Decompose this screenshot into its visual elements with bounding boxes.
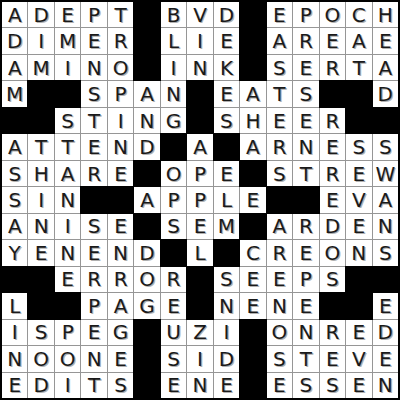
- crossword-cell-r1c14[interactable]: C: [346, 2, 371, 27]
- black-cell-r3c10: [240, 55, 265, 80]
- black-cell-r15c6: [134, 373, 159, 398]
- crossword-cell-r14c9[interactable]: D: [214, 346, 239, 371]
- crossword-cell-r2c7[interactable]: L: [161, 28, 186, 53]
- crossword-cell-r12c6[interactable]: G: [134, 293, 159, 318]
- crossword-cell-r7c13[interactable]: R: [320, 161, 345, 186]
- crossword-cell-r3c9[interactable]: K: [214, 55, 239, 80]
- black-cell-r11c14: [346, 267, 371, 292]
- crossword-cell-r13c14[interactable]: E: [346, 320, 371, 345]
- crossword-cell-r9c14[interactable]: E: [346, 214, 371, 239]
- crossword-cell-r11c4[interactable]: R: [81, 267, 106, 292]
- crossword-cell-r7c1[interactable]: S: [2, 161, 27, 186]
- crossword-cell-r9c7[interactable]: S: [161, 214, 186, 239]
- crossword-cell-r7c11[interactable]: S: [267, 161, 292, 186]
- crossword-cell-r13c2[interactable]: S: [28, 320, 53, 345]
- crossword-cell-r9c5[interactable]: E: [108, 214, 133, 239]
- crossword-cell-r14c11[interactable]: S: [267, 346, 292, 371]
- crossword-cell-r10c4[interactable]: E: [81, 240, 106, 265]
- crossword-cell-r13c11[interactable]: O: [267, 320, 292, 345]
- crossword-cell-r4c12[interactable]: S: [293, 81, 318, 106]
- crossword-cell-r8c10[interactable]: E: [240, 187, 265, 212]
- crossword-cell-r8c3[interactable]: N: [55, 187, 80, 212]
- crossword-cell-r10c2[interactable]: E: [28, 240, 53, 265]
- crossword-cell-r10c6[interactable]: D: [134, 240, 159, 265]
- crossword-cell-r12c4[interactable]: P: [81, 293, 106, 318]
- crossword-cell-r6c14[interactable]: S: [346, 134, 371, 159]
- black-cell-r6c9: [214, 134, 239, 159]
- black-cell-r8c11: [267, 187, 292, 212]
- crossword-cell-r7c9[interactable]: E: [214, 161, 239, 186]
- black-cell-r7c10: [240, 161, 265, 186]
- crossword-cell-r6c8[interactable]: A: [187, 134, 212, 159]
- crossword-cell-r1c13[interactable]: O: [320, 2, 345, 27]
- crossword-cell-r10c10[interactable]: C: [240, 240, 265, 265]
- crossword-cell-r10c3[interactable]: N: [55, 240, 80, 265]
- crossword-cell-r9c12[interactable]: R: [293, 214, 318, 239]
- crossword-cell-r15c4[interactable]: T: [81, 373, 106, 398]
- crossword-cell-r7c12[interactable]: T: [293, 161, 318, 186]
- crossword-cell-r4c5[interactable]: P: [108, 81, 133, 106]
- black-cell-r14c6: [134, 346, 159, 371]
- crossword-cell-r1c7[interactable]: B: [161, 2, 186, 27]
- crossword-cell-r11c3[interactable]: E: [55, 267, 80, 292]
- crossword-cell-r5c13[interactable]: R: [320, 108, 345, 133]
- black-cell-r5c2: [28, 108, 53, 133]
- crossword-cell-r10c12[interactable]: E: [293, 240, 318, 265]
- crossword-cell-r13c8[interactable]: Z: [187, 320, 212, 345]
- crossword-cell-r4c7[interactable]: N: [161, 81, 186, 106]
- crossword-cell-r5c3[interactable]: S: [55, 108, 80, 133]
- crossword-cell-r9c3[interactable]: I: [55, 214, 80, 239]
- black-cell-r3c6: [134, 55, 159, 80]
- crossword-cell-r9c8[interactable]: E: [187, 214, 212, 239]
- black-cell-r7c6: [134, 161, 159, 186]
- crossword-cell-r7c4[interactable]: R: [81, 161, 106, 186]
- crossword-cell-r5c5[interactable]: I: [108, 108, 133, 133]
- crossword-cell-r10c11[interactable]: R: [267, 240, 292, 265]
- crossword-cell-r6c6[interactable]: D: [134, 134, 159, 159]
- crossword-cell-r6c13[interactable]: E: [320, 134, 345, 159]
- crossword-cell-r5c7[interactable]: G: [161, 108, 186, 133]
- crossword-cell-r12c9[interactable]: N: [214, 293, 239, 318]
- crossword-cell-r8c2[interactable]: I: [28, 187, 53, 212]
- crossword-cell-r4c9[interactable]: E: [214, 81, 239, 106]
- crossword-cell-r11c6[interactable]: O: [134, 267, 159, 292]
- black-cell-r6c7: [161, 134, 186, 159]
- crossword-cell-r6c1[interactable]: A: [2, 134, 27, 159]
- crossword-cell-r3c3[interactable]: I: [55, 55, 80, 80]
- black-cell-r12c13: [320, 293, 345, 318]
- crossword-cell-r11c11[interactable]: E: [267, 267, 292, 292]
- crossword-cell-r2c12[interactable]: R: [293, 28, 318, 53]
- crossword-cell-r1c4[interactable]: P: [81, 2, 106, 27]
- crossword-cell-r10c1[interactable]: Y: [2, 240, 27, 265]
- crossword-cell-r11c13[interactable]: S: [320, 267, 345, 292]
- crossword-cell-r4c4[interactable]: S: [81, 81, 106, 106]
- crossword-cell-r10c5[interactable]: N: [108, 240, 133, 265]
- black-cell-r5c8: [187, 108, 212, 133]
- crossword-cell-r7c14[interactable]: E: [346, 161, 371, 186]
- crossword-cell-r14c15[interactable]: E: [373, 346, 398, 371]
- crossword-cell-r11c7[interactable]: R: [161, 267, 186, 292]
- black-cell-r12c14: [346, 293, 371, 318]
- crossword-cell-r8c8[interactable]: P: [187, 187, 212, 212]
- crossword-cell-r7c5[interactable]: E: [108, 161, 133, 186]
- crossword-cell-r15c14[interactable]: E: [346, 373, 371, 398]
- black-cell-r4c13: [320, 81, 345, 106]
- crossword-cell-r9c2[interactable]: N: [28, 214, 53, 239]
- black-cell-r1c10: [240, 2, 265, 27]
- crossword-cell-r10c8[interactable]: L: [187, 240, 212, 265]
- crossword-cell-r15c8[interactable]: N: [187, 373, 212, 398]
- crossword-cell-r2c5[interactable]: R: [108, 28, 133, 53]
- crossword-cell-r5c4[interactable]: T: [81, 108, 106, 133]
- crossword-cell-r14c8[interactable]: I: [187, 346, 212, 371]
- crossword-cell-r1c8[interactable]: V: [187, 2, 212, 27]
- crossword-cell-r14c7[interactable]: S: [161, 346, 186, 371]
- crossword-cell-r4c6[interactable]: A: [134, 81, 159, 106]
- crossword-cell-r8c7[interactable]: P: [161, 187, 186, 212]
- crossword-cell-r12c10[interactable]: E: [240, 293, 265, 318]
- crossword-cell-r3c13[interactable]: R: [320, 55, 345, 80]
- crossword-cell-r6c15[interactable]: S: [373, 134, 398, 159]
- crossword-cell-r6c4[interactable]: E: [81, 134, 106, 159]
- crossword-cell-r9c13[interactable]: D: [320, 214, 345, 239]
- crossword-cell-r7c2[interactable]: H: [28, 161, 53, 186]
- crossword-cell-r13c12[interactable]: N: [293, 320, 318, 345]
- crossword-cell-r1c11[interactable]: E: [267, 2, 292, 27]
- crossword-cell-r5c12[interactable]: E: [293, 108, 318, 133]
- crossword-cell-r3c11[interactable]: S: [267, 55, 292, 80]
- crossword-cell-r8c15[interactable]: A: [373, 187, 398, 212]
- crossword-grid: ADEPTBVDEPOCHDIMERLIEAREAEAMINOINKSERTAM…: [0, 0, 400, 400]
- crossword-cell-r5c6[interactable]: N: [134, 108, 159, 133]
- black-cell-r11c1: [2, 267, 27, 292]
- crossword-cell-r6c10[interactable]: A: [240, 134, 265, 159]
- crossword-cell-r12c12[interactable]: E: [293, 293, 318, 318]
- crossword-cell-r9c15[interactable]: N: [373, 214, 398, 239]
- crossword-cell-r13c5[interactable]: G: [108, 320, 133, 345]
- crossword-cell-r1c5[interactable]: T: [108, 2, 133, 27]
- crossword-cell-r1c3[interactable]: E: [55, 2, 80, 27]
- crossword-cell-r11c10[interactable]: E: [240, 267, 265, 292]
- crossword-cell-r7c7[interactable]: O: [161, 161, 186, 186]
- black-cell-r4c8: [187, 81, 212, 106]
- black-cell-r5c14: [346, 108, 371, 133]
- black-cell-r1c6: [134, 2, 159, 27]
- crossword-cell-r2c14[interactable]: A: [346, 28, 371, 53]
- black-cell-r11c8: [187, 267, 212, 292]
- crossword-cell-r14c13[interactable]: E: [320, 346, 345, 371]
- black-cell-r12c3: [55, 293, 80, 318]
- black-cell-r2c10: [240, 28, 265, 53]
- black-cell-r12c8: [187, 293, 212, 318]
- crossword-cell-r5c10[interactable]: H: [240, 108, 265, 133]
- crossword-cell-r6c2[interactable]: T: [28, 134, 53, 159]
- crossword-cell-r3c1[interactable]: A: [2, 55, 27, 80]
- crossword-cell-r13c1[interactable]: I: [2, 320, 27, 345]
- crossword-cell-r10c13[interactable]: O: [320, 240, 345, 265]
- crossword-cell-r2c2[interactable]: I: [28, 28, 53, 53]
- crossword-cell-r1c9[interactable]: D: [214, 2, 239, 27]
- crossword-cell-r13c15[interactable]: D: [373, 320, 398, 345]
- crossword-cell-r9c9[interactable]: M: [214, 214, 239, 239]
- black-cell-r9c10: [240, 214, 265, 239]
- crossword-cell-r15c15[interactable]: N: [373, 373, 398, 398]
- crossword-cell-r15c1[interactable]: E: [2, 373, 27, 398]
- crossword-cell-r3c15[interactable]: A: [373, 55, 398, 80]
- crossword-cell-r6c12[interactable]: N: [293, 134, 318, 159]
- crossword-cell-r8c14[interactable]: V: [346, 187, 371, 212]
- black-cell-r4c14: [346, 81, 371, 106]
- black-cell-r11c15: [373, 267, 398, 292]
- crossword-cell-r11c9[interactable]: S: [214, 267, 239, 292]
- crossword-cell-r2c3[interactable]: M: [55, 28, 80, 53]
- black-cell-r13c6: [134, 320, 159, 345]
- crossword-cell-r14c14[interactable]: V: [346, 346, 371, 371]
- crossword-cell-r9c11[interactable]: A: [267, 214, 292, 239]
- crossword-cell-r13c13[interactable]: R: [320, 320, 345, 345]
- crossword-cell-r2c15[interactable]: E: [373, 28, 398, 53]
- crossword-cell-r13c9[interactable]: I: [214, 320, 239, 345]
- crossword-cell-r9c4[interactable]: S: [81, 214, 106, 239]
- crossword-cell-r3c5[interactable]: O: [108, 55, 133, 80]
- black-cell-r8c12: [293, 187, 318, 212]
- crossword-cell-r12c1[interactable]: L: [2, 293, 27, 318]
- crossword-cell-r5c11[interactable]: E: [267, 108, 292, 133]
- crossword-cell-r2c13[interactable]: E: [320, 28, 345, 53]
- crossword-cell-r3c2[interactable]: M: [28, 55, 53, 80]
- black-cell-r14c10: [240, 346, 265, 371]
- crossword-cell-r4c10[interactable]: A: [240, 81, 265, 106]
- crossword-cell-r3c8[interactable]: N: [187, 55, 212, 80]
- crossword-cell-r1c2[interactable]: D: [28, 2, 53, 27]
- black-cell-r5c15: [373, 108, 398, 133]
- crossword-cell-r3c4[interactable]: N: [81, 55, 106, 80]
- crossword-cell-r14c12[interactable]: T: [293, 346, 318, 371]
- crossword-cell-r7c3[interactable]: A: [55, 161, 80, 186]
- crossword-cell-r11c12[interactable]: P: [293, 267, 318, 292]
- crossword-cell-r2c9[interactable]: E: [214, 28, 239, 53]
- crossword-cell-r14c2[interactable]: O: [28, 346, 53, 371]
- black-cell-r10c9: [214, 240, 239, 265]
- crossword-cell-r3c7[interactable]: I: [161, 55, 186, 80]
- crossword-cell-r14c4[interactable]: N: [81, 346, 106, 371]
- crossword-cell-r3c14[interactable]: T: [346, 55, 371, 80]
- crossword-cell-r6c3[interactable]: T: [55, 134, 80, 159]
- black-cell-r12c2: [28, 293, 53, 318]
- crossword-cell-r8c6[interactable]: A: [134, 187, 159, 212]
- black-cell-r4c3: [55, 81, 80, 106]
- crossword-cell-r7c8[interactable]: P: [187, 161, 212, 186]
- crossword-cell-r10c14[interactable]: N: [346, 240, 371, 265]
- crossword-cell-r15c3[interactable]: I: [55, 373, 80, 398]
- crossword-cell-r4c1[interactable]: M: [2, 81, 27, 106]
- black-cell-r13c10: [240, 320, 265, 345]
- crossword-cell-r7c15[interactable]: W: [373, 161, 398, 186]
- crossword-cell-r15c12[interactable]: S: [293, 373, 318, 398]
- crossword-cell-r13c4[interactable]: E: [81, 320, 106, 345]
- crossword-cell-r9c1[interactable]: A: [2, 214, 27, 239]
- crossword-cell-r15c9[interactable]: E: [214, 373, 239, 398]
- black-cell-r8c5: [108, 187, 133, 212]
- crossword-cell-r6c5[interactable]: N: [108, 134, 133, 159]
- crossword-cell-r15c13[interactable]: S: [320, 373, 345, 398]
- crossword-cell-r15c2[interactable]: D: [28, 373, 53, 398]
- crossword-cell-r2c11[interactable]: A: [267, 28, 292, 53]
- crossword-cell-r15c7[interactable]: E: [161, 373, 186, 398]
- crossword-cell-r13c7[interactable]: U: [161, 320, 186, 345]
- crossword-cell-r10c15[interactable]: S: [373, 240, 398, 265]
- crossword-cell-r12c5[interactable]: A: [108, 293, 133, 318]
- crossword-cell-r12c15[interactable]: E: [373, 293, 398, 318]
- crossword-cell-r3c12[interactable]: E: [293, 55, 318, 80]
- crossword-cell-r15c5[interactable]: S: [108, 373, 133, 398]
- crossword-cell-r1c1[interactable]: A: [2, 2, 27, 27]
- crossword-cell-r4c15[interactable]: D: [373, 81, 398, 106]
- black-cell-r4c2: [28, 81, 53, 106]
- black-cell-r11c2: [28, 267, 53, 292]
- crossword-cell-r12c7[interactable]: E: [161, 293, 186, 318]
- crossword-cell-r6c11[interactable]: R: [267, 134, 292, 159]
- crossword-cell-r8c13[interactable]: E: [320, 187, 345, 212]
- black-cell-r2c6: [134, 28, 159, 53]
- crossword-cell-r8c9[interactable]: L: [214, 187, 239, 212]
- crossword-cell-r11c5[interactable]: R: [108, 267, 133, 292]
- crossword-cell-r2c8[interactable]: I: [187, 28, 212, 53]
- crossword-cell-r1c15[interactable]: H: [373, 2, 398, 27]
- crossword-cell-r2c1[interactable]: D: [2, 28, 27, 53]
- crossword-cell-r14c3[interactable]: O: [55, 346, 80, 371]
- black-cell-r15c10: [240, 373, 265, 398]
- crossword-cell-r13c3[interactable]: P: [55, 320, 80, 345]
- crossword-cell-r15c11[interactable]: E: [267, 373, 292, 398]
- black-cell-r5c1: [2, 108, 27, 133]
- crossword-cell-r8c1[interactable]: S: [2, 187, 27, 212]
- crossword-cell-r1c12[interactable]: P: [293, 2, 318, 27]
- crossword-cell-r2c4[interactable]: E: [81, 28, 106, 53]
- crossword-cell-r14c5[interactable]: E: [108, 346, 133, 371]
- crossword-cell-r4c11[interactable]: T: [267, 81, 292, 106]
- black-cell-r9c6: [134, 214, 159, 239]
- crossword-cell-r12c11[interactable]: N: [267, 293, 292, 318]
- crossword-cell-r14c1[interactable]: N: [2, 346, 27, 371]
- crossword-cell-r5c9[interactable]: S: [214, 108, 239, 133]
- black-cell-r8c4: [81, 187, 106, 212]
- black-cell-r10c7: [161, 240, 186, 265]
